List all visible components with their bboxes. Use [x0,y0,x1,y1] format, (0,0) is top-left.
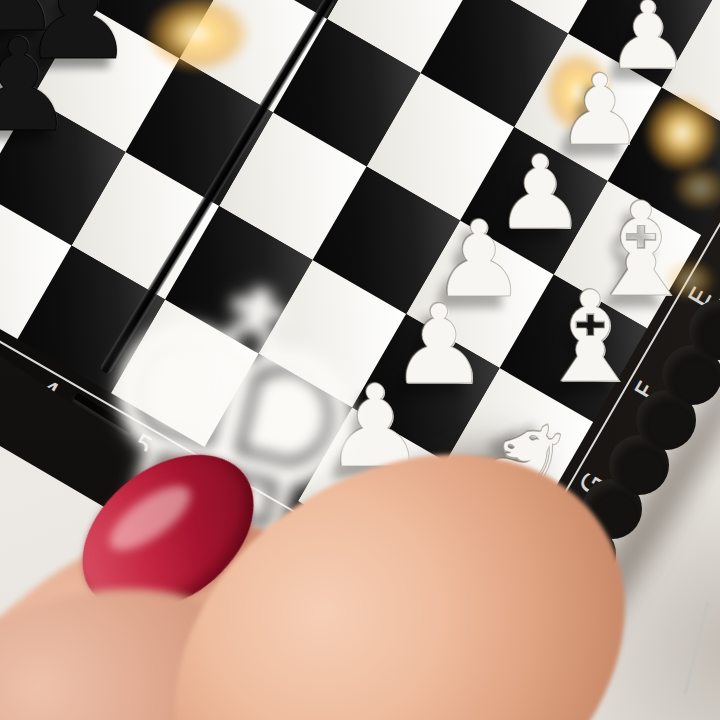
black-pawn-g3: ♟ [0,22,75,150]
white-bishop-f8: ♝ [534,275,647,401]
photo-stage: 12345678 ABCDEFGH ♟♟♟♟♟♟♝♟♝♟♟♞♚ [0,0,720,720]
